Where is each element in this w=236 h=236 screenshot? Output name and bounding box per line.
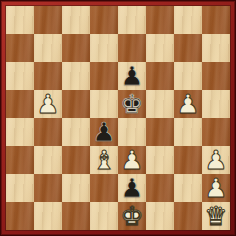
square-g7[interactable] (174, 34, 202, 62)
square-h4[interactable] (202, 118, 230, 146)
square-c2[interactable] (62, 174, 90, 202)
square-b2[interactable] (34, 174, 62, 202)
square-f6[interactable] (146, 62, 174, 90)
square-e1[interactable]: ♚ (118, 202, 146, 230)
square-c8[interactable] (62, 6, 90, 34)
square-b6[interactable] (34, 62, 62, 90)
white-pawn[interactable]: ♟ (120, 146, 143, 174)
square-b4[interactable] (34, 118, 62, 146)
white-pawn[interactable]: ♟ (176, 90, 199, 118)
square-g2[interactable] (174, 174, 202, 202)
square-c7[interactable] (62, 34, 90, 62)
white-pawn[interactable]: ♟ (204, 174, 227, 202)
square-c6[interactable] (62, 62, 90, 90)
square-b1[interactable] (34, 202, 62, 230)
square-h2[interactable]: ♟ (202, 174, 230, 202)
square-d3[interactable]: ♝ (90, 146, 118, 174)
square-b8[interactable] (34, 6, 62, 34)
square-f2[interactable] (146, 174, 174, 202)
square-f1[interactable] (146, 202, 174, 230)
square-e4[interactable] (118, 118, 146, 146)
square-e5[interactable]: ♚ (118, 90, 146, 118)
square-f5[interactable] (146, 90, 174, 118)
square-e3[interactable]: ♟ (118, 146, 146, 174)
square-a4[interactable] (6, 118, 34, 146)
square-g5[interactable]: ♟ (174, 90, 202, 118)
square-g6[interactable] (174, 62, 202, 90)
square-g3[interactable] (174, 146, 202, 174)
square-a2[interactable] (6, 174, 34, 202)
black-pawn[interactable]: ♟ (120, 62, 143, 90)
square-c5[interactable] (62, 90, 90, 118)
black-pawn[interactable]: ♟ (120, 174, 143, 202)
square-e6[interactable]: ♟ (118, 62, 146, 90)
black-pawn[interactable]: ♟ (92, 118, 115, 146)
square-h8[interactable] (202, 6, 230, 34)
square-d6[interactable] (90, 62, 118, 90)
square-h3[interactable]: ♟ (202, 146, 230, 174)
square-h7[interactable] (202, 34, 230, 62)
square-d1[interactable] (90, 202, 118, 230)
white-queen[interactable]: ♛ (204, 202, 227, 230)
square-d7[interactable] (90, 34, 118, 62)
square-d8[interactable] (90, 6, 118, 34)
square-f3[interactable] (146, 146, 174, 174)
square-d2[interactable] (90, 174, 118, 202)
square-a6[interactable] (6, 62, 34, 90)
square-b5[interactable]: ♟ (34, 90, 62, 118)
square-a3[interactable] (6, 146, 34, 174)
square-b3[interactable] (34, 146, 62, 174)
square-c4[interactable] (62, 118, 90, 146)
square-e7[interactable] (118, 34, 146, 62)
square-f4[interactable] (146, 118, 174, 146)
white-king[interactable]: ♚ (120, 202, 143, 230)
square-h6[interactable] (202, 62, 230, 90)
square-g1[interactable] (174, 202, 202, 230)
square-f8[interactable] (146, 6, 174, 34)
square-f7[interactable] (146, 34, 174, 62)
square-c1[interactable] (62, 202, 90, 230)
white-pawn[interactable]: ♟ (204, 146, 227, 174)
square-h1[interactable]: ♛ (202, 202, 230, 230)
black-king[interactable]: ♚ (120, 90, 143, 118)
square-g4[interactable] (174, 118, 202, 146)
square-a1[interactable] (6, 202, 34, 230)
square-d4[interactable]: ♟ (90, 118, 118, 146)
square-g8[interactable] (174, 6, 202, 34)
square-a8[interactable] (6, 6, 34, 34)
square-a7[interactable] (6, 34, 34, 62)
white-bishop[interactable]: ♝ (92, 146, 115, 174)
square-h5[interactable] (202, 90, 230, 118)
board-frame: ♟♟♚♟♟♝♟♟♟♟♚♛ (0, 0, 236, 236)
chess-board: ♟♟♚♟♟♝♟♟♟♟♚♛ (6, 6, 230, 230)
square-e2[interactable]: ♟ (118, 174, 146, 202)
square-e8[interactable] (118, 6, 146, 34)
square-c3[interactable] (62, 146, 90, 174)
square-d5[interactable] (90, 90, 118, 118)
white-pawn[interactable]: ♟ (36, 90, 59, 118)
square-a5[interactable] (6, 90, 34, 118)
square-b7[interactable] (34, 34, 62, 62)
